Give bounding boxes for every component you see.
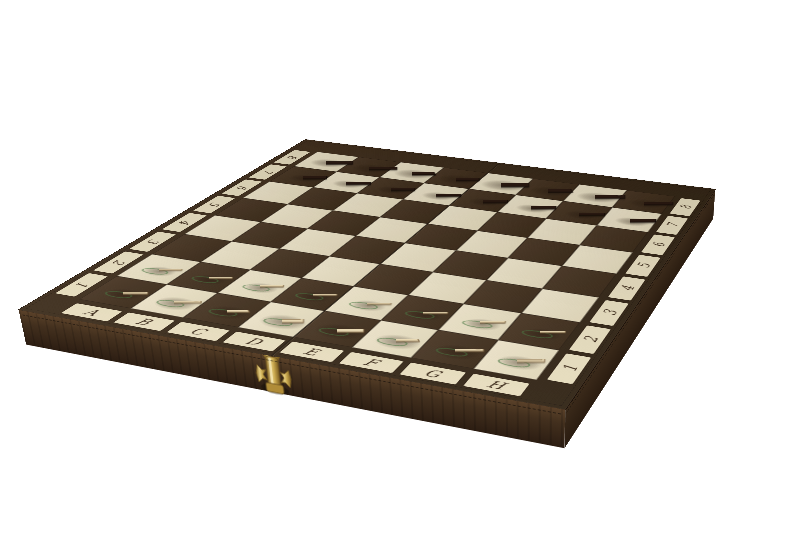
brass-clasp-icon [247,339,298,402]
chess-box: 8877665544332211ABCDEFGH ♜♞♝♛♚♝♞♜♟♟♟♟♟♟♟… [19,140,716,410]
